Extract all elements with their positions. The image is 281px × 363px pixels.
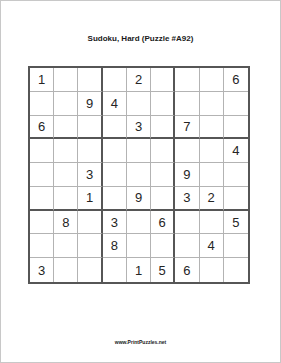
sudoku-cell: 2: [127, 68, 151, 92]
sudoku-cell: 3: [30, 258, 54, 282]
sudoku-cell: [103, 163, 127, 187]
sudoku-cell: 8: [103, 234, 127, 258]
sudoku-cell: [175, 211, 199, 235]
sudoku-cell: 9: [127, 187, 151, 211]
sudoku-cell: [127, 163, 151, 187]
sudoku-cell: 4: [200, 234, 224, 258]
sudoku-cell: [200, 163, 224, 187]
sudoku-cell: [224, 234, 248, 258]
sudoku-cell: 4: [103, 92, 127, 116]
sudoku-cell: [175, 234, 199, 258]
sudoku-cell: [30, 139, 54, 163]
sudoku-cell: [78, 211, 102, 235]
sudoku-cell: 4: [224, 139, 248, 163]
sudoku-cell: [30, 187, 54, 211]
sudoku-cell: 1: [78, 187, 102, 211]
sudoku-cell: [151, 163, 175, 187]
sudoku-cell: 2: [200, 187, 224, 211]
sudoku-cell: 6: [224, 68, 248, 92]
sudoku-cell: 6: [30, 116, 54, 140]
sudoku-cell: 6: [151, 211, 175, 235]
sudoku-cell: [78, 234, 102, 258]
sudoku-cell: [224, 116, 248, 140]
sudoku-cell: [103, 258, 127, 282]
sudoku-cell: [103, 116, 127, 140]
sudoku-cell: [30, 211, 54, 235]
sudoku-cell: [78, 116, 102, 140]
sudoku-cell: 3: [175, 187, 199, 211]
sudoku-cell: [200, 211, 224, 235]
sudoku-board: 1269463743919328365843156: [28, 66, 250, 284]
sudoku-cell: [151, 187, 175, 211]
sudoku-cell: 1: [127, 258, 151, 282]
sudoku-cell: 8: [54, 211, 78, 235]
sudoku-cell: [54, 116, 78, 140]
sudoku-cell: 5: [151, 258, 175, 282]
sudoku-cell: 3: [127, 116, 151, 140]
sudoku-cell: [78, 68, 102, 92]
sudoku-cell: [224, 258, 248, 282]
printable-sudoku-page: Sudoku, Hard (Puzzle #A92) 1269463743919…: [0, 0, 281, 363]
sudoku-cell: [103, 139, 127, 163]
footer-url: www.PrintPuzzles.net: [1, 339, 280, 345]
sudoku-cell: 7: [175, 116, 199, 140]
sudoku-cell: [200, 68, 224, 92]
sudoku-cell: [30, 163, 54, 187]
sudoku-cell: [175, 139, 199, 163]
sudoku-cell: [175, 68, 199, 92]
sudoku-cell: 3: [78, 163, 102, 187]
sudoku-cell: [78, 139, 102, 163]
sudoku-cell: [200, 92, 224, 116]
sudoku-cell: [103, 68, 127, 92]
sudoku-cell: [127, 211, 151, 235]
sudoku-cell: [175, 92, 199, 116]
sudoku-cell: [30, 234, 54, 258]
sudoku-cell: [127, 92, 151, 116]
sudoku-cell: [54, 163, 78, 187]
sudoku-cell: [78, 258, 102, 282]
sudoku-cell: [54, 258, 78, 282]
sudoku-cell: [54, 139, 78, 163]
sudoku-cell: [151, 92, 175, 116]
sudoku-cell: [54, 92, 78, 116]
sudoku-cell: [224, 163, 248, 187]
sudoku-cell: [151, 68, 175, 92]
puzzle-title: Sudoku, Hard (Puzzle #A92): [1, 34, 280, 43]
sudoku-cell: 6: [175, 258, 199, 282]
sudoku-cell: [103, 187, 127, 211]
sudoku-cell: [151, 116, 175, 140]
sudoku-cell: 9: [175, 163, 199, 187]
sudoku-cell: [224, 187, 248, 211]
sudoku-cell: [151, 139, 175, 163]
sudoku-cell: [54, 234, 78, 258]
sudoku-cell: [54, 187, 78, 211]
sudoku-cell: [224, 92, 248, 116]
sudoku-cell: [54, 68, 78, 92]
sudoku-cell: [127, 234, 151, 258]
sudoku-cell: [200, 139, 224, 163]
sudoku-cell: [200, 116, 224, 140]
sudoku-cell: 5: [224, 211, 248, 235]
sudoku-cell: 9: [78, 92, 102, 116]
sudoku-cell: [151, 234, 175, 258]
sudoku-cell: [127, 139, 151, 163]
sudoku-cell: [30, 92, 54, 116]
sudoku-cell: 1: [30, 68, 54, 92]
sudoku-cell: 3: [103, 211, 127, 235]
sudoku-cell: [200, 258, 224, 282]
